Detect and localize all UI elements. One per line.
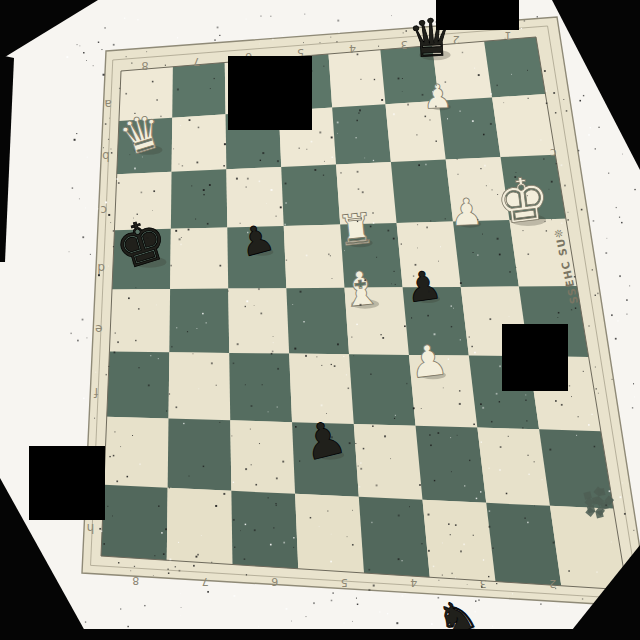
noise-dot (254, 529, 256, 531)
noise-dot (356, 598, 357, 599)
square-c7[interactable] (171, 169, 227, 229)
noise-dot (381, 99, 383, 101)
noise-dot (85, 207, 86, 208)
noise-dot (141, 192, 143, 194)
noise-dot (86, 337, 87, 338)
square-h3[interactable] (423, 500, 496, 582)
noise-dot (324, 161, 325, 162)
noise-dot (527, 455, 528, 456)
square-h2[interactable] (486, 503, 561, 586)
noise-dot (168, 572, 169, 573)
noise-dot (240, 223, 241, 224)
redaction-box-3 (502, 324, 568, 391)
file-label-h: h (87, 521, 95, 535)
noise-dot (119, 88, 120, 89)
noise-dot (223, 493, 225, 495)
noise-dot (176, 406, 178, 408)
noise-dot (331, 364, 332, 365)
noise-dot (250, 429, 251, 430)
noise-dot (394, 418, 395, 419)
noise-dot (173, 148, 174, 149)
square-a7[interactable] (172, 63, 225, 118)
noise-dot (146, 51, 147, 52)
noise-dot (216, 385, 217, 386)
noise-dot (411, 317, 412, 318)
noise-dot (294, 348, 296, 350)
noise-dot (356, 120, 357, 121)
noise-dot (402, 560, 403, 561)
noise-dot (477, 254, 478, 255)
noise-dot (595, 366, 596, 367)
noise-dot (83, 398, 85, 400)
noise-dot (120, 446, 121, 447)
square-b4[interactable] (332, 104, 391, 164)
noise-dot (481, 586, 482, 587)
noise-dot (588, 325, 589, 326)
noise-dot (437, 432, 439, 434)
noise-dot (473, 252, 474, 253)
noise-dot (323, 66, 324, 67)
noise-dot (569, 385, 570, 386)
noise-dot (193, 565, 195, 567)
noise-dot (311, 141, 313, 143)
square-f6[interactable] (229, 353, 292, 422)
noise-dot (352, 510, 353, 511)
square-h6[interactable] (231, 491, 298, 569)
piece-white-pawn-d2[interactable]: ♟ (449, 190, 484, 234)
noise-dot (593, 220, 595, 222)
noise-dot (127, 476, 129, 478)
noise-dot (203, 189, 205, 191)
noise-dot (561, 404, 563, 406)
noise-dot (622, 483, 623, 484)
noise-dot (480, 168, 481, 169)
noise-dot (387, 230, 389, 232)
noise-dot (178, 542, 179, 543)
noise-dot (139, 463, 141, 465)
noise-dot (459, 403, 461, 405)
noise-dot (426, 227, 428, 229)
noise-dot (247, 232, 248, 233)
noise-dot (417, 224, 418, 225)
noise-dot (499, 401, 500, 402)
noise-dot (79, 45, 80, 46)
noise-dot (403, 32, 404, 33)
noise-dot (357, 221, 358, 222)
noise-dot (425, 164, 427, 166)
noise-dot (111, 152, 113, 154)
noise-dot (150, 355, 151, 356)
noise-dot (460, 550, 462, 552)
noise-dot (337, 122, 339, 124)
noise-dot (126, 56, 127, 57)
noise-dot (198, 127, 200, 129)
noise-dot (435, 97, 436, 98)
square-f4[interactable] (349, 354, 416, 426)
noise-dot (134, 566, 135, 567)
noise-dot (111, 149, 112, 150)
noise-dot (524, 518, 525, 519)
noise-dot (277, 368, 279, 370)
noise-dot (117, 341, 119, 343)
noise-dot (310, 517, 311, 518)
noise-dot (460, 282, 462, 284)
noise-dot (486, 185, 487, 186)
noise-dot (244, 558, 246, 560)
square-a1[interactable] (484, 37, 545, 97)
noise-dot (337, 20, 339, 22)
noise-dot (551, 219, 552, 220)
noise-dot (180, 125, 181, 126)
noise-dot (364, 279, 366, 281)
noise-dot (219, 265, 221, 267)
noise-dot (576, 435, 577, 436)
noise-dot (490, 93, 492, 95)
noise-dot (526, 420, 527, 421)
noise-dot (246, 574, 247, 575)
square-f7[interactable] (169, 352, 231, 420)
noise-dot (272, 351, 274, 353)
noise-dot (373, 585, 375, 587)
noise-dot (401, 243, 402, 244)
square-b7[interactable] (172, 114, 227, 171)
noise-dot (537, 16, 538, 17)
noise-dot (622, 154, 623, 155)
noise-dot (457, 159, 458, 160)
noise-dot (512, 593, 513, 594)
noise-dot (427, 315, 429, 317)
noise-dot (156, 304, 157, 305)
noise-dot (245, 18, 246, 19)
noise-dot (417, 248, 418, 249)
noise-dot (300, 291, 302, 293)
noise-dot (421, 543, 422, 544)
noise-dot (228, 291, 229, 292)
noise-dot (98, 274, 100, 276)
redaction-box-2 (228, 56, 312, 130)
noise-dot (163, 553, 165, 555)
noise-dot (522, 427, 523, 428)
noise-dot (568, 570, 570, 572)
noise-dot (282, 461, 284, 463)
rank-label-top-4: 4 (349, 42, 356, 55)
noise-dot (558, 312, 560, 314)
noise-dot (180, 593, 181, 594)
noise-dot (617, 320, 619, 322)
noise-dot (90, 254, 91, 255)
square-h5[interactable] (295, 494, 364, 573)
file-label-d: d (97, 261, 105, 275)
noise-dot (634, 189, 635, 190)
square-g2[interactable] (477, 428, 550, 506)
noise-dot (105, 201, 107, 203)
noise-dot (549, 449, 551, 451)
noise-dot (105, 123, 107, 125)
noise-dot (359, 486, 361, 488)
noise-dot (358, 465, 359, 466)
noise-dot (115, 332, 116, 333)
square-d7[interactable] (170, 227, 228, 289)
noise-dot (114, 431, 115, 432)
noise-dot (471, 346, 472, 347)
noise-dot (404, 325, 406, 327)
noise-dot (406, 30, 407, 31)
noise-dot (188, 229, 190, 231)
noise-dot (260, 16, 261, 17)
noise-dot (330, 37, 331, 38)
noise-dot (129, 154, 130, 155)
noise-dot (380, 334, 381, 335)
piece-white-bishop-e4[interactable]: ♝ (337, 259, 385, 318)
noise-dot (598, 127, 599, 128)
noise-dot (480, 403, 482, 405)
noise-dot (370, 374, 371, 375)
noise-dot (432, 91, 433, 92)
noise-dot (435, 106, 437, 108)
noise-dot (478, 599, 480, 601)
noise-dot (357, 171, 359, 173)
noise-dot (214, 78, 215, 79)
noise-dot (103, 543, 104, 544)
noise-dot (514, 176, 516, 178)
noise-dot (393, 113, 395, 115)
noise-dot (273, 527, 274, 528)
noise-dot (348, 388, 350, 390)
noise-dot (563, 99, 564, 100)
square-g8[interactable] (104, 417, 169, 488)
noise-dot (323, 175, 324, 176)
square-g7[interactable] (168, 419, 232, 491)
noise-dot (328, 254, 330, 256)
noise-dot (626, 299, 628, 301)
piece-white-rook-d4[interactable]: ♜ (335, 203, 378, 256)
noise-dot (496, 85, 497, 86)
noise-dot (633, 383, 634, 384)
noise-dot (77, 340, 79, 342)
noise-dot (509, 316, 510, 317)
noise-dot (286, 260, 287, 261)
noise-dot (445, 81, 447, 83)
noise-dot (480, 491, 481, 492)
noise-dot (378, 46, 379, 47)
noise-dot (316, 356, 317, 357)
square-c3[interactable] (391, 160, 453, 223)
noise-dot (534, 506, 535, 507)
noise-dot (115, 481, 116, 482)
noise-dot (360, 462, 361, 463)
noise-dot (272, 39, 274, 41)
noise-dot (344, 250, 345, 251)
noise-dot (448, 358, 449, 359)
noise-dot (171, 346, 173, 348)
noise-dot (438, 580, 439, 581)
noise-dot (368, 569, 370, 571)
noise-dot (175, 566, 176, 567)
noise-dot (331, 436, 333, 438)
noise-dot (258, 626, 259, 627)
noise-dot (270, 16, 271, 17)
noise-dot (382, 337, 384, 339)
noise-dot (237, 343, 239, 345)
noise-dot (299, 148, 300, 149)
noise-dot (270, 544, 272, 546)
noise-dot (276, 477, 278, 479)
noise-dot (276, 216, 277, 217)
noise-dot (483, 559, 484, 560)
noise-dot (66, 56, 68, 58)
noise-dot (619, 275, 621, 277)
noise-dot (193, 353, 194, 354)
noise-dot (245, 306, 246, 307)
noise-dot (364, 158, 365, 159)
noise-dot (303, 321, 304, 322)
noise-dot (351, 337, 352, 338)
noise-dot (282, 35, 283, 36)
noise-dot (360, 304, 362, 306)
noise-dot (259, 181, 261, 183)
noise-dot (398, 78, 400, 80)
noise-dot (578, 416, 579, 417)
noise-dot (499, 365, 501, 367)
noise-dot (516, 267, 517, 268)
piece-white-pawn-f3[interactable]: ♟ (406, 334, 450, 388)
noise-dot (489, 318, 491, 320)
noise-dot (352, 621, 353, 622)
noise-dot (492, 548, 493, 549)
noise-dot (355, 137, 356, 138)
noise-dot (113, 44, 115, 46)
square-d5[interactable] (284, 224, 345, 288)
noise-dot (113, 455, 115, 457)
noise-dot (566, 110, 568, 112)
square-h4[interactable] (359, 497, 430, 577)
noise-dot (407, 104, 409, 106)
noise-dot (224, 143, 226, 145)
noise-dot (233, 363, 235, 365)
square-h7[interactable] (167, 488, 233, 565)
noise-dot (525, 395, 526, 396)
piece-white-king-d1[interactable]: ♚ (492, 162, 554, 238)
noise-dot (219, 35, 220, 36)
noise-dot (473, 424, 475, 426)
piece-black-pawn-e3[interactable]: ♟ (403, 261, 445, 312)
noise-dot (233, 482, 234, 483)
noise-dot (331, 136, 333, 138)
noise-dot (179, 164, 180, 165)
noise-dot (247, 178, 249, 180)
noise-dot (360, 468, 362, 470)
noise-dot (581, 209, 583, 211)
noise-dot (291, 621, 292, 622)
noise-dot (153, 575, 154, 576)
noise-dot (612, 379, 613, 380)
square-a4[interactable] (329, 50, 386, 108)
square-h8[interactable] (101, 485, 168, 560)
noise-dot (575, 307, 576, 308)
noise-dot (527, 253, 529, 255)
noise-dot (540, 139, 541, 140)
noise-dot (488, 526, 490, 528)
noise-dot (358, 112, 359, 113)
noise-dot (352, 544, 354, 546)
noise-dot (357, 54, 359, 56)
noise-dot (332, 592, 333, 593)
noise-dot (146, 237, 148, 239)
noise-dot (109, 118, 110, 119)
noise-dot (491, 421, 493, 423)
noise-dot (409, 506, 410, 507)
noise-dot (175, 230, 177, 232)
noise-dot (113, 230, 114, 231)
file-label-a: a (104, 97, 111, 111)
noise-dot (472, 120, 474, 122)
noise-dot (571, 396, 572, 397)
file-label-c: c (100, 203, 107, 217)
noise-dot (338, 32, 339, 33)
noise-dot (395, 415, 396, 416)
noise-dot (596, 388, 597, 389)
noise-dot (271, 353, 273, 355)
noise-dot (118, 562, 119, 563)
noise-dot (313, 602, 315, 604)
noise-dot (620, 496, 622, 498)
noise-dot (176, 327, 177, 328)
noise-dot (546, 90, 547, 91)
noise-dot (112, 516, 113, 517)
noise-dot (103, 74, 105, 76)
square-g4[interactable] (354, 424, 423, 500)
noise-dot (360, 79, 361, 80)
noise-dot (240, 530, 241, 531)
piece-white-pawn-b2[interactable]: ♟ (422, 77, 453, 117)
noise-dot (371, 522, 372, 523)
noise-dot (469, 336, 470, 337)
noise-dot (70, 333, 71, 334)
square-g6[interactable] (230, 420, 295, 494)
noise-dot (166, 411, 167, 412)
noise-dot (177, 37, 178, 38)
noise-dot (108, 266, 109, 267)
rank-label-top-1: 1 (505, 29, 512, 42)
noise-dot (217, 27, 219, 29)
noise-dot (551, 181, 553, 183)
noise-dot (69, 251, 70, 252)
noise-dot (393, 238, 395, 240)
noise-dot (548, 189, 549, 190)
noise-dot (450, 437, 451, 438)
rank-label-bottom-5: 5 (341, 576, 348, 589)
noise-dot (245, 468, 247, 470)
noise-dot (161, 532, 163, 534)
noise-dot (334, 365, 336, 367)
noise-dot (258, 288, 260, 290)
square-c5[interactable] (281, 164, 340, 226)
noise-dot (343, 622, 344, 623)
noise-dot (134, 168, 136, 170)
noise-dot (443, 387, 444, 388)
square-f8[interactable] (107, 352, 170, 419)
noise-dot (303, 42, 304, 43)
square-e7[interactable] (169, 289, 229, 353)
noise-dot (460, 339, 461, 340)
noise-dot (207, 223, 209, 225)
noise-dot (337, 133, 338, 134)
noise-dot (305, 355, 307, 357)
noise-dot (373, 222, 375, 224)
noise-dot (337, 343, 339, 345)
noise-dot (223, 165, 225, 167)
noise-dot (107, 506, 108, 507)
